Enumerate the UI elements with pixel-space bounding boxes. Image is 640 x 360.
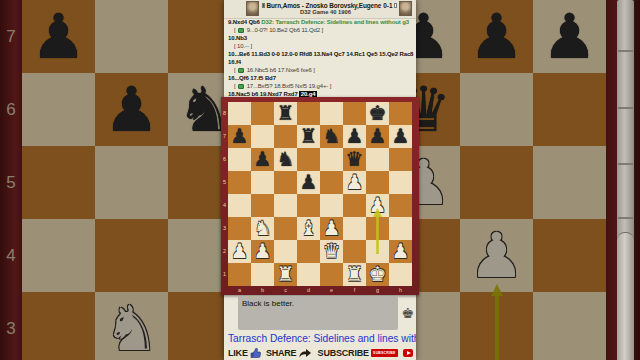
moves-text: 16...Qf6 17.f5 Bd7 [228,75,276,81]
moves-text: 9.Nxd4 Qb6 [228,19,261,25]
rank-label: 3 [221,217,228,240]
board-diagram: 87654321 ♜♚♟♜♞♟♟♟♟♞♛♟♟♟♞♝♟♟♟♛♟♜♜♚ abcdef… [221,97,419,295]
video-frame: 76543 ♜♚♟♜♞♟♟♟♟♞♛♟♟♟♞♝♟♟♟♛♟♜♜♚ Burn,Amos… [0,0,640,360]
share-button[interactable]: SHARE [266,348,313,358]
file-label: b [251,286,274,295]
subscribe-button[interactable]: SUBSCRIBE SUBSCRIBE [318,348,398,358]
notation-line[interactable]: [ 10.-- ] [224,42,416,50]
moves-text: 16.Nbc5 b6 17.Nxe6 fxe6 ] [245,67,315,73]
youtube-icon[interactable] [403,349,413,357]
subscribe-pill-button[interactable]: SUBSCRIBE [371,349,398,357]
diagram-annotation-icon [238,28,244,33]
file-label: a [228,286,251,295]
moves-text: [ [234,27,237,33]
notation-line[interactable]: 10...Be6 11.Bd3 0-0 12.0-0 Rfd8 13.Na4 Q… [224,50,416,58]
share-arrow-icon [298,348,312,358]
share-label: SHARE [266,348,297,358]
notation-line[interactable]: 16...Qf6 17.f5 Bd7 [224,74,416,82]
black-player-portrait [399,1,412,16]
video-title-bar: Tarrasch Defence: Sidelines and lines wi… [224,331,416,346]
moves-text: 10...Be6 11.Bd3 0-0 12.0-0 Rfd8 13.Na4 Q… [228,51,413,57]
notation-line[interactable]: 10.Nb3 [224,34,416,42]
france-flag-icon [394,3,397,8]
notation-line[interactable]: 18.Nac5 b6 19.Nxd7 Rxd7 20.g4 [224,90,416,97]
opening-name: D32: Tarrasch Defence: Sidelines and lin… [261,19,409,25]
cta-bar: LIKE SHARE SUBSCRIBE SUBSCRIBE [224,346,416,360]
slider-thumb[interactable] [617,232,634,360]
opening-title: Tarrasch Defence: Sidelines and lines wi… [224,331,416,346]
subscribe-pill-label: SUBSCRIBE [373,351,395,355]
evaluation-comment-box: Black is better. [238,296,398,330]
england-flag-icon [262,3,265,8]
black-king-icon: ♚ [401,306,414,320]
file-label: h [389,286,412,295]
rank-label: 6 [221,148,228,171]
rank-label: 4 [221,194,228,217]
like-button[interactable]: LIKE [228,348,261,358]
moves-text: [ [234,83,237,89]
game-info: D32 Game 40 1906 [254,9,397,17]
slider-tick [618,107,633,109]
rank-label: 2 [221,240,228,263]
file-label: d [297,286,320,295]
rank-label: 5 [221,171,228,194]
scroll-slider[interactable] [617,0,634,360]
analysis-panel: Burn,Amos - Znosko Borovsky,Eugene 0-1 D… [224,0,416,360]
notation-line[interactable]: 9.Nxd4 Qb6 D32: Tarrasch Defence: Sideli… [224,18,416,26]
moves-text: 16.f4 [228,59,241,65]
thumbs-up-icon [250,348,261,358]
rank-label: 1 [221,263,228,286]
notation-line[interactable]: 16.f4 [224,58,416,66]
file-label: c [274,286,297,295]
moves-text: 17...Bxf5? 18.Bxf5 Nxf5 19.g4+- ] [245,83,331,89]
notation-line[interactable]: [ 9...0-0?! 10.Be2 Qb6 11.Qd2 ] [224,26,416,34]
slider-tick [618,50,633,52]
game-header: Burn,Amos - Znosko Borovsky,Eugene 0-1 D… [224,0,416,19]
subscribe-label: SUBSCRIBE [318,348,369,358]
players-line: Burn,Amos - Znosko Borovsky,Eugene 0-1 [262,1,397,9]
file-label: g [366,286,389,295]
notation-line[interactable]: [ 17...Bxf5? 18.Bxf5 Nxf5 19.g4+- ] [224,82,416,90]
file-label: f [343,286,366,295]
slider-tick [618,217,633,219]
diagram-annotation-icon [238,84,244,89]
moves-text: 10.Nb3 [228,35,247,41]
last-move-arrow [228,102,412,286]
notation-line[interactable]: [ 16.Nbc5 b6 17.Nxe6 fxe6 ] [224,66,416,74]
moves-text: 9...0-0?! 10.Be2 Qb6 11.Qd2 ] [245,27,323,33]
moves-text: [ [234,67,237,73]
moves-text: [ 10.-- ] [234,43,252,49]
game-result: 0-1 [383,2,392,9]
slider-tick [618,163,633,165]
diagram-annotation-icon [238,68,244,73]
player-names: Burn,Amos - Znosko Borovsky,Eugene [267,2,382,9]
like-label: LIKE [228,348,248,358]
rank-label: 8 [221,102,228,125]
move-notation[interactable]: 9.Nxd4 Qb6 D32: Tarrasch Defence: Sideli… [224,18,416,97]
file-labels: abcdefgh [228,286,412,295]
file-label: e [320,286,343,295]
rank-label: 7 [221,125,228,148]
evaluation-text: Black is better. [242,299,394,308]
